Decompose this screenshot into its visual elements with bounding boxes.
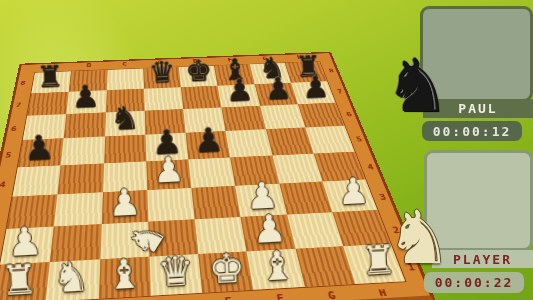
black-knight-c6[interactable]: ♞ (103, 99, 145, 138)
black-rook-a8[interactable]: ♜ (30, 59, 69, 95)
file-label-bottom-f: F (275, 293, 284, 300)
white-pawn-h3[interactable]: ♟ (329, 169, 376, 213)
white-queen-d1[interactable]: ♛ (148, 246, 202, 296)
white-bishop-c1[interactable]: ♝ (96, 249, 150, 300)
black-queen-d8[interactable]: ♛ (142, 54, 181, 90)
white-bishop-f1[interactable]: ♝ (251, 240, 304, 290)
square-c1[interactable]: ♝ (98, 257, 150, 299)
square-d7[interactable] (144, 87, 183, 111)
square-g7[interactable]: ♟ (254, 83, 297, 106)
square-h6[interactable] (298, 103, 345, 128)
rank-label-right-6: 6 (345, 111, 353, 117)
square-a4[interactable] (13, 165, 61, 196)
square-f7[interactable]: ♟ (218, 84, 260, 107)
square-e1[interactable]: ♚ (198, 251, 253, 292)
square-c5[interactable] (104, 135, 146, 163)
square-f1[interactable]: ♝ (247, 249, 305, 290)
square-f5[interactable] (226, 130, 272, 158)
rank-label-right-5: 5 (355, 136, 363, 143)
square-d1[interactable]: ♛ (149, 254, 202, 296)
square-h7[interactable]: ♟ (291, 81, 336, 104)
rank-label-left-7: 7 (15, 102, 22, 108)
file-label-bottom-e: E (224, 296, 233, 300)
square-c6[interactable]: ♞ (105, 111, 146, 137)
square-b3[interactable] (54, 192, 102, 226)
game-screen: ♜♛♚♝♞♜♟♟♟♟♞♟♟♟♟♟♟♟♟♞♟♜♞♝♛♚♝♜ AA11BB22CC3… (0, 0, 533, 300)
square-a5[interactable]: ♟ (18, 139, 64, 168)
rank-label-left-8: 8 (20, 80, 26, 86)
square-a1[interactable]: ♜ (0, 262, 50, 300)
black-pawn-h7[interactable]: ♟ (296, 69, 335, 106)
white-knight-icon: ♞ (386, 200, 452, 274)
square-b6[interactable] (64, 113, 106, 139)
board-frame: ♜♛♚♝♞♜♟♟♟♟♞♟♟♟♟♟♟♟♟♞♟♜♞♝♛♚♝♜ AA11BB22CC3… (0, 52, 439, 300)
white-pawn-d4[interactable]: ♟ (145, 148, 191, 191)
square-b5[interactable] (61, 137, 105, 165)
square-e4[interactable] (188, 157, 235, 188)
square-d4[interactable]: ♟ (146, 159, 191, 190)
square-b4[interactable] (58, 163, 104, 194)
white-king-e1[interactable]: ♚ (200, 243, 253, 293)
square-c8[interactable] (107, 69, 144, 91)
rank-label-left-4: 4 (0, 180, 6, 188)
chess-board-3d: ♜♛♚♝♞♜♟♟♟♟♞♟♟♟♟♟♟♟♟♞♟♜♞♝♛♚♝♜ AA11BB22CC3… (0, 52, 439, 300)
white-knight-b1[interactable]: ♞ (44, 251, 99, 300)
square-e5[interactable]: ♟ (186, 131, 231, 159)
black-knight-icon: ♞ (384, 48, 450, 122)
black-pawn-f7[interactable]: ♟ (220, 72, 260, 109)
square-e7[interactable] (181, 86, 222, 109)
square-a7[interactable] (27, 92, 69, 116)
rank-label-left-5: 5 (5, 152, 12, 159)
square-e8[interactable]: ♚ (179, 66, 218, 88)
square-e3[interactable] (191, 186, 240, 220)
file-label-bottom-g: G (327, 290, 337, 300)
square-h3[interactable]: ♟ (322, 179, 377, 212)
square-b7[interactable]: ♟ (67, 90, 107, 114)
black-king-e8[interactable]: ♚ (179, 53, 217, 89)
file-label-top-b: B (86, 63, 91, 68)
rank-label-right-7: 7 (336, 89, 343, 95)
white-rook-a1[interactable]: ♜ (0, 254, 46, 300)
black-pawn-a5[interactable]: ♟ (17, 127, 62, 168)
board-grid: ♜♛♚♝♞♜♟♟♟♟♞♟♟♟♟♟♟♟♟♞♟♜♞♝♛♚♝♜ (0, 61, 407, 300)
file-label-top-c: C (122, 61, 127, 66)
square-d8[interactable]: ♛ (143, 67, 181, 89)
square-b1[interactable]: ♞ (46, 259, 100, 300)
file-label-bottom-h: H (377, 287, 388, 298)
black-pawn-e5[interactable]: ♟ (187, 120, 231, 161)
square-h5[interactable] (305, 126, 354, 153)
black-pawn-b7[interactable]: ♟ (65, 78, 106, 115)
black-pawn-g7[interactable]: ♟ (258, 70, 298, 107)
